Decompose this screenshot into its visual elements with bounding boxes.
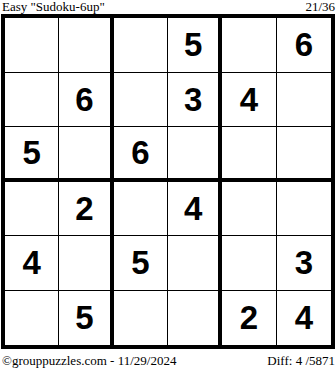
cell-r1c1: [5, 18, 59, 73]
cell-r5c6: 3: [277, 236, 331, 291]
cell-r6c2: 5: [59, 291, 113, 346]
cell-r2c2: 6: [59, 73, 113, 128]
cell-r4c1: [5, 182, 59, 237]
cell-r6c6: 4: [277, 291, 331, 346]
cell-r6c5: 2: [222, 291, 276, 346]
puzzle-title: Easy "Sudoku-6up": [2, 0, 105, 13]
cell-r5c5: [222, 236, 276, 291]
puzzle-page: Easy "Sudoku-6up" 21/36 566345624453524 …: [0, 0, 336, 370]
cell-r3c4: [168, 127, 222, 182]
footer: ©grouppuzzles.com - 11/29/2024 Diff: 4 /…: [0, 354, 336, 368]
difficulty-text: Diff: 4 /5871: [267, 354, 335, 368]
cell-r3c6: [277, 127, 331, 182]
cell-r5c3: 5: [114, 236, 168, 291]
cell-r1c2: [59, 18, 113, 73]
cell-r4c6: [277, 182, 331, 237]
cell-r2c5: 4: [222, 73, 276, 128]
cell-r5c1: 4: [5, 236, 59, 291]
cell-r6c1: [5, 291, 59, 346]
cell-r1c4: 5: [168, 18, 222, 73]
cell-r2c3: [114, 73, 168, 128]
cell-r5c2: [59, 236, 113, 291]
cell-r1c6: 6: [277, 18, 331, 73]
sudoku-board: 566345624453524: [1, 14, 335, 349]
cell-r4c5: [222, 182, 276, 237]
cell-r6c4: [168, 291, 222, 346]
cell-r4c3: [114, 182, 168, 237]
cell-r2c4: 3: [168, 73, 222, 128]
cell-r3c5: [222, 127, 276, 182]
clue-progress: 21/36: [305, 0, 335, 13]
cell-r1c3: [114, 18, 168, 73]
copyright-text: ©grouppuzzles.com - 11/29/2024: [2, 354, 176, 368]
cell-r3c1: 5: [5, 127, 59, 182]
cell-r2c6: [277, 73, 331, 128]
header: Easy "Sudoku-6up" 21/36: [0, 0, 336, 14]
cell-r5c4: [168, 236, 222, 291]
cell-r3c3: 6: [114, 127, 168, 182]
cell-r4c4: 4: [168, 182, 222, 237]
cell-r3c2: [59, 127, 113, 182]
cell-r1c5: [222, 18, 276, 73]
cell-r4c2: 2: [59, 182, 113, 237]
cell-r6c3: [114, 291, 168, 346]
cell-r2c1: [5, 73, 59, 128]
